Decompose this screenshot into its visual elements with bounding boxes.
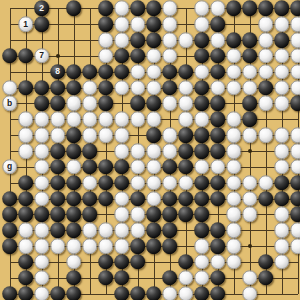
white-stone (114, 238, 130, 254)
black-stone (50, 191, 66, 207)
white-stone (50, 111, 66, 127)
black-stone (178, 207, 194, 223)
white-stone (82, 96, 98, 112)
white-stone (258, 64, 274, 80)
white-stone (34, 254, 50, 270)
white-stone (194, 16, 210, 32)
black-stone (162, 207, 178, 223)
black-stone (226, 32, 242, 48)
grid-line-horizontal (10, 262, 298, 263)
black-stone (178, 254, 194, 270)
white-stone (274, 16, 290, 32)
black-stone (178, 127, 194, 143)
black-stone (210, 96, 226, 112)
white-stone (98, 111, 114, 127)
white-stone (34, 143, 50, 159)
white-stone (66, 254, 82, 270)
black-stone (98, 254, 114, 270)
black-stone (66, 143, 82, 159)
white-stone (130, 64, 146, 80)
black-stone (98, 64, 114, 80)
black-stone (18, 80, 34, 96)
white-stone (162, 16, 178, 32)
black-stone (34, 80, 50, 96)
white-stone (98, 32, 114, 48)
black-stone (178, 159, 194, 175)
white-stone (226, 64, 242, 80)
white-stone (290, 16, 300, 32)
white-stone (146, 143, 162, 159)
white-stone (226, 191, 242, 207)
black-stone (226, 1, 242, 17)
go-board[interactable]: 2178bg (0, 0, 300, 300)
black-stone (18, 254, 34, 270)
black-stone (130, 286, 146, 300)
white-stone (290, 238, 300, 254)
white-stone (82, 127, 98, 143)
black-stone (98, 80, 114, 96)
white-stone (194, 254, 210, 270)
black-stone (34, 207, 50, 223)
black-stone (18, 48, 34, 64)
white-stone (290, 222, 300, 238)
black-stone (194, 286, 210, 300)
black-stone (66, 175, 82, 191)
white-stone (274, 254, 290, 270)
black-stone (194, 80, 210, 96)
black-stone (50, 286, 66, 300)
white-stone (146, 175, 162, 191)
black-stone (210, 270, 226, 286)
white-stone (66, 96, 82, 112)
black-stone (82, 159, 98, 175)
black-stone (50, 175, 66, 191)
black-stone (258, 191, 274, 207)
white-stone (194, 159, 210, 175)
white-stone (242, 207, 258, 223)
stone-label: 7 (39, 52, 44, 61)
black-stone (146, 222, 162, 238)
black-stone (194, 32, 210, 48)
white-stone (34, 270, 50, 286)
black-stone (210, 16, 226, 32)
white-stone (146, 48, 162, 64)
white-stone (178, 96, 194, 112)
white-stone (178, 270, 194, 286)
black-stone (114, 254, 130, 270)
black-stone (130, 238, 146, 254)
white-stone: b (2, 96, 18, 112)
black-stone (114, 286, 130, 300)
white-stone (242, 80, 258, 96)
white-stone (258, 16, 274, 32)
black-stone (290, 191, 300, 207)
black-stone (18, 191, 34, 207)
black-stone (194, 96, 210, 112)
white-stone (34, 222, 50, 238)
black-stone (162, 80, 178, 96)
white-stone (34, 111, 50, 127)
white-stone (226, 238, 242, 254)
black-stone (162, 222, 178, 238)
black-stone (50, 143, 66, 159)
white-stone (34, 127, 50, 143)
white-stone (226, 143, 242, 159)
black-stone (146, 16, 162, 32)
black-stone (34, 96, 50, 112)
white-stone (146, 64, 162, 80)
white-stone (82, 175, 98, 191)
white-stone (258, 48, 274, 64)
black-stone (258, 254, 274, 270)
black-stone (290, 1, 300, 17)
black-stone (66, 80, 82, 96)
stone-label: 8 (55, 67, 60, 76)
black-stone (242, 48, 258, 64)
white-stone (34, 286, 50, 300)
white-stone (162, 286, 178, 300)
black-stone (146, 96, 162, 112)
white-stone (178, 111, 194, 127)
white-stone (50, 127, 66, 143)
black-stone (146, 286, 162, 300)
black-stone (130, 191, 146, 207)
white-stone (274, 64, 290, 80)
white-stone (290, 80, 300, 96)
white-stone (34, 238, 50, 254)
black-stone (242, 96, 258, 112)
black-stone (130, 254, 146, 270)
black-stone (210, 64, 226, 80)
black-stone (66, 127, 82, 143)
white-stone (210, 1, 226, 17)
white-stone (130, 159, 146, 175)
white-stone (226, 222, 242, 238)
white-stone (274, 222, 290, 238)
white-stone (162, 175, 178, 191)
black-stone (66, 286, 82, 300)
white-stone (194, 111, 210, 127)
black-stone (130, 32, 146, 48)
black-stone (242, 1, 258, 17)
white-stone (162, 32, 178, 48)
star-point (248, 149, 252, 153)
black-stone (18, 207, 34, 223)
white-stone (66, 159, 82, 175)
white-stone (194, 238, 210, 254)
white-stone (194, 1, 210, 17)
black-stone (66, 64, 82, 80)
black-stone (98, 191, 114, 207)
white-stone (242, 64, 258, 80)
white-stone (82, 111, 98, 127)
white-stone: 1 (18, 16, 34, 32)
black-stone (146, 1, 162, 17)
stone-label: b (7, 99, 12, 108)
black-stone (98, 159, 114, 175)
black-stone (82, 143, 98, 159)
white-stone (82, 80, 98, 96)
white-stone (130, 80, 146, 96)
white-stone (34, 191, 50, 207)
black-stone (2, 48, 18, 64)
white-stone (290, 32, 300, 48)
white-stone: 7 (34, 48, 50, 64)
white-stone (114, 80, 130, 96)
white-stone (130, 222, 146, 238)
white-stone (114, 127, 130, 143)
white-stone (130, 175, 146, 191)
black-stone (114, 175, 130, 191)
black-stone (146, 127, 162, 143)
black-stone (194, 143, 210, 159)
black-stone (146, 207, 162, 223)
white-stone (146, 191, 162, 207)
black-stone (82, 207, 98, 223)
black-stone: 2 (34, 1, 50, 17)
black-stone (50, 159, 66, 175)
white-stone (66, 238, 82, 254)
black-stone (130, 96, 146, 112)
white-stone (194, 64, 210, 80)
black-stone (146, 32, 162, 48)
white-stone (274, 238, 290, 254)
black-stone (114, 270, 130, 286)
white-stone (274, 80, 290, 96)
black-stone (50, 207, 66, 223)
black-stone (178, 64, 194, 80)
white-stone (18, 127, 34, 143)
black-stone (194, 207, 210, 223)
white-stone (114, 32, 130, 48)
white-stone (34, 175, 50, 191)
black-stone (98, 96, 114, 112)
black-stone (18, 270, 34, 286)
black-stone (274, 175, 290, 191)
white-stone (18, 222, 34, 238)
star-point (56, 54, 60, 58)
black-stone (178, 143, 194, 159)
white-stone (290, 64, 300, 80)
black-stone: 8 (50, 64, 66, 80)
white-stone (146, 111, 162, 127)
white-stone (130, 16, 146, 32)
black-stone (210, 191, 226, 207)
stone-label: g (7, 163, 12, 172)
white-stone (82, 222, 98, 238)
white-stone (242, 127, 258, 143)
black-stone (50, 222, 66, 238)
black-stone (98, 16, 114, 32)
black-stone (18, 286, 34, 300)
white-stone (290, 143, 300, 159)
white-stone (114, 191, 130, 207)
white-stone (114, 143, 130, 159)
white-stone (226, 254, 242, 270)
black-stone (162, 159, 178, 175)
black-stone (114, 159, 130, 175)
black-stone (82, 64, 98, 80)
black-stone (194, 222, 210, 238)
white-stone (290, 159, 300, 175)
white-stone (210, 32, 226, 48)
black-stone (50, 80, 66, 96)
white-stone (98, 48, 114, 64)
black-stone (210, 127, 226, 143)
white-stone (178, 32, 194, 48)
black-stone (210, 238, 226, 254)
white-stone (178, 80, 194, 96)
white-stone (290, 48, 300, 64)
white-stone (98, 222, 114, 238)
white-stone (274, 127, 290, 143)
white-stone (82, 238, 98, 254)
white-stone: g (2, 159, 18, 175)
white-stone (50, 238, 66, 254)
white-stone (146, 80, 162, 96)
white-stone (98, 127, 114, 143)
black-stone (114, 48, 130, 64)
black-stone (114, 64, 130, 80)
black-stone (210, 48, 226, 64)
black-stone (178, 191, 194, 207)
black-stone (274, 32, 290, 48)
black-stone (162, 191, 178, 207)
white-stone (274, 48, 290, 64)
white-stone (162, 127, 178, 143)
white-stone (146, 159, 162, 175)
white-stone (242, 175, 258, 191)
stone-label: 2 (39, 4, 44, 13)
white-stone (2, 80, 18, 96)
black-stone (66, 207, 82, 223)
white-stone (130, 143, 146, 159)
white-stone (226, 80, 242, 96)
black-stone (66, 191, 82, 207)
black-stone (210, 143, 226, 159)
black-stone (18, 175, 34, 191)
black-stone (162, 270, 178, 286)
black-stone (2, 207, 18, 223)
white-stone (226, 111, 242, 127)
white-stone (274, 159, 290, 175)
white-stone (114, 222, 130, 238)
black-stone (210, 111, 226, 127)
black-stone (258, 270, 274, 286)
white-stone (162, 96, 178, 112)
black-stone (2, 222, 18, 238)
black-stone (162, 64, 178, 80)
white-stone (242, 286, 258, 300)
black-stone (290, 207, 300, 223)
white-stone (178, 286, 194, 300)
white-stone (242, 270, 258, 286)
white-stone (114, 16, 130, 32)
white-stone (18, 143, 34, 159)
black-stone (66, 270, 82, 286)
black-stone (2, 286, 18, 300)
white-stone (178, 175, 194, 191)
white-stone (226, 159, 242, 175)
white-stone (194, 270, 210, 286)
white-stone (290, 127, 300, 143)
white-stone (114, 207, 130, 223)
black-stone (98, 1, 114, 17)
black-stone (210, 222, 226, 238)
white-stone (98, 238, 114, 254)
black-stone (2, 238, 18, 254)
white-stone (258, 96, 274, 112)
white-stone (210, 254, 226, 270)
stone-label: 1 (23, 20, 28, 29)
white-stone (162, 48, 178, 64)
black-stone (274, 1, 290, 17)
white-stone (274, 96, 290, 112)
white-stone (162, 1, 178, 17)
white-stone (130, 207, 146, 223)
black-stone (290, 175, 300, 191)
white-stone (34, 159, 50, 175)
white-stone (258, 32, 274, 48)
white-stone (274, 207, 290, 223)
black-stone (274, 191, 290, 207)
black-stone (210, 175, 226, 191)
white-stone (66, 111, 82, 127)
black-stone (98, 175, 114, 191)
black-stone (194, 48, 210, 64)
white-stone (226, 175, 242, 191)
white-stone (258, 175, 274, 191)
black-stone (66, 222, 82, 238)
black-stone (242, 32, 258, 48)
black-stone (194, 175, 210, 191)
white-stone (114, 111, 130, 127)
black-stone (98, 270, 114, 286)
black-stone (2, 191, 18, 207)
black-stone (194, 127, 210, 143)
black-stone (50, 96, 66, 112)
black-stone (130, 1, 146, 17)
white-stone (18, 111, 34, 127)
black-stone (162, 238, 178, 254)
white-stone (210, 159, 226, 175)
black-stone (242, 111, 258, 127)
black-stone (258, 1, 274, 17)
black-stone (66, 1, 82, 17)
black-stone (194, 191, 210, 207)
white-stone (210, 80, 226, 96)
black-stone (146, 238, 162, 254)
black-stone (258, 80, 274, 96)
white-stone (226, 207, 242, 223)
white-stone (114, 1, 130, 17)
white-stone (274, 143, 290, 159)
black-stone (210, 286, 226, 300)
white-stone (242, 191, 258, 207)
white-stone (162, 143, 178, 159)
black-stone (34, 16, 50, 32)
white-stone (226, 127, 242, 143)
black-stone (130, 48, 146, 64)
white-stone (18, 238, 34, 254)
white-stone (226, 48, 242, 64)
white-stone (130, 111, 146, 127)
white-stone (258, 127, 274, 143)
black-stone (290, 96, 300, 112)
black-stone (82, 191, 98, 207)
star-point (248, 244, 252, 248)
